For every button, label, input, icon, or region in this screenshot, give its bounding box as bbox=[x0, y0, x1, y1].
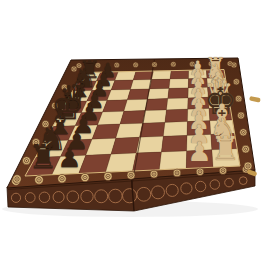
medallion-dot bbox=[154, 64, 155, 65]
board-square bbox=[206, 70, 225, 79]
board-square bbox=[188, 97, 209, 109]
board-square bbox=[212, 149, 240, 168]
board-square bbox=[166, 98, 188, 110]
board-square bbox=[148, 88, 169, 99]
board-square bbox=[189, 70, 207, 79]
medallion-dot bbox=[135, 64, 136, 65]
board-square bbox=[111, 80, 133, 90]
medallion-dot bbox=[173, 64, 174, 65]
board-square bbox=[124, 99, 148, 111]
medallion-dot bbox=[61, 178, 62, 179]
board-square bbox=[188, 78, 207, 88]
board-square bbox=[150, 79, 170, 89]
board-square bbox=[208, 87, 229, 98]
board-square bbox=[140, 122, 165, 137]
chess-board-render bbox=[0, 0, 265, 265]
board-square bbox=[143, 110, 167, 123]
board-square bbox=[163, 122, 187, 137]
medallion-dot bbox=[54, 105, 55, 106]
medallion-dot bbox=[35, 142, 36, 143]
board-square bbox=[187, 108, 209, 121]
medallion-dot bbox=[230, 63, 231, 64]
board-square bbox=[207, 78, 227, 88]
medallion-dot bbox=[247, 165, 248, 166]
medallion-dot bbox=[45, 123, 46, 124]
board-square bbox=[211, 133, 237, 149]
board-square bbox=[152, 71, 171, 80]
board-square bbox=[188, 87, 208, 98]
board-square bbox=[161, 135, 187, 152]
medallion-dot bbox=[107, 176, 108, 177]
board-square bbox=[187, 121, 211, 136]
medallion-dot bbox=[199, 171, 200, 172]
medallion-dot bbox=[234, 65, 235, 66]
medallion-dot bbox=[116, 65, 117, 66]
board-square bbox=[107, 89, 130, 100]
medallion-dot bbox=[243, 132, 244, 133]
board-square bbox=[111, 137, 140, 154]
medallion-dot bbox=[211, 63, 212, 64]
medallion-dot bbox=[84, 177, 85, 178]
medallion-dot bbox=[192, 64, 193, 65]
board-square bbox=[209, 108, 232, 121]
board-square bbox=[115, 71, 136, 80]
medallion-dot bbox=[238, 98, 239, 99]
board-square bbox=[159, 151, 186, 170]
chess-set-photo: ♜♟♟♜♞♟♟♞♝♟♟♝♛♟♟♛♚♟♟♚♝♟♟♝♞♟♟♞♜♟♟♜ bbox=[0, 0, 265, 265]
board-square bbox=[116, 123, 143, 138]
medallion-dot bbox=[16, 178, 17, 179]
board-square bbox=[168, 88, 188, 99]
board-square bbox=[145, 99, 168, 111]
medallion-dot bbox=[245, 149, 246, 150]
medallion-dot bbox=[26, 160, 27, 161]
board-square bbox=[208, 97, 230, 109]
medallion-dot bbox=[236, 81, 237, 82]
medallion-dot bbox=[38, 179, 39, 180]
medallion-dot bbox=[130, 175, 131, 176]
medallion-dot bbox=[97, 65, 98, 66]
board-square bbox=[165, 109, 188, 122]
board-square bbox=[170, 70, 189, 79]
medallion-dot bbox=[64, 87, 65, 88]
medallion-dot bbox=[222, 170, 223, 171]
board-square bbox=[187, 134, 212, 150]
board-square bbox=[186, 150, 213, 169]
board-square bbox=[210, 120, 235, 135]
board-square bbox=[127, 89, 149, 100]
board-square bbox=[169, 79, 189, 89]
brass-latch-pin bbox=[249, 96, 261, 103]
medallion-dot bbox=[74, 69, 75, 70]
board-square bbox=[130, 80, 151, 90]
medallion-dot bbox=[240, 115, 241, 116]
board-square bbox=[133, 71, 153, 80]
medallion-dot bbox=[176, 172, 177, 173]
board-square bbox=[120, 111, 145, 124]
medallion-dot bbox=[153, 173, 154, 174]
medallion-dot bbox=[79, 65, 80, 66]
